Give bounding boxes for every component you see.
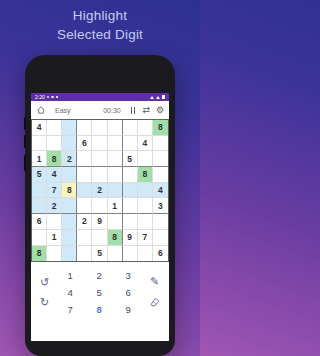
cell-r2c9[interactable]	[153, 136, 168, 152]
cell-r5c3[interactable]: 8	[62, 183, 77, 199]
redo-icon: ↻	[40, 296, 49, 308]
cell-r5c2[interactable]: 7	[47, 183, 62, 199]
cell-r3c5[interactable]	[92, 151, 107, 167]
cell-r7c9[interactable]	[153, 214, 168, 230]
cell-r8c9[interactable]	[153, 230, 168, 246]
cell-r7c8[interactable]	[138, 214, 153, 230]
cell-r5c6[interactable]	[108, 183, 123, 199]
cell-r8c1[interactable]	[32, 230, 47, 246]
cell-r1c3[interactable]	[62, 120, 77, 136]
cell-r4c9[interactable]	[153, 167, 168, 183]
eraser-icon	[149, 296, 160, 307]
cell-r9c7[interactable]	[123, 246, 138, 262]
pencil-icon: ✎	[150, 275, 159, 287]
cell-r4c5[interactable]	[92, 167, 107, 183]
cell-r9c1[interactable]: 8	[32, 246, 47, 262]
cell-r4c4[interactable]	[77, 167, 92, 183]
cell-r8c8[interactable]: 7	[138, 230, 153, 246]
cell-r6c4[interactable]	[77, 198, 92, 214]
cell-r7c3[interactable]	[62, 214, 77, 230]
cell-r5c8[interactable]	[138, 183, 153, 199]
numpad-digit-1[interactable]: 1	[56, 270, 85, 281]
cell-r7c5[interactable]: 9	[92, 214, 107, 230]
gear-icon: ⚙	[156, 105, 164, 115]
numpad-digit-4[interactable]: 4	[56, 287, 85, 298]
settings-button[interactable]: ⚙	[156, 106, 164, 115]
cell-r6c9[interactable]: 3	[153, 198, 168, 214]
cell-r8c2[interactable]: 1	[47, 230, 62, 246]
numpad-digit-8[interactable]: 8	[85, 304, 114, 315]
cell-r2c5[interactable]	[92, 136, 107, 152]
cell-r3c7[interactable]: 5	[123, 151, 138, 167]
cell-r9c8[interactable]	[138, 246, 153, 262]
home-button[interactable]	[36, 105, 46, 115]
pause-icon	[131, 107, 133, 114]
cell-r3c8[interactable]	[138, 151, 153, 167]
phone-screen: 2:20 Easy 00:30 ⇄ ⚙ 48641825548782421362…	[31, 93, 169, 341]
cell-r3c3[interactable]: 2	[62, 151, 77, 167]
cell-r9c9[interactable]: 6	[153, 246, 168, 262]
cell-r3c9[interactable]	[153, 151, 168, 167]
battery-icon	[162, 95, 165, 100]
numpad-digit-7[interactable]: 7	[56, 304, 85, 315]
cell-r8c7[interactable]: 9	[123, 230, 138, 246]
cell-r4c7[interactable]	[123, 167, 138, 183]
cell-r7c1[interactable]: 6	[32, 214, 47, 230]
cell-r2c6[interactable]	[108, 136, 123, 152]
cell-r7c6[interactable]	[108, 214, 123, 230]
app-header: Easy 00:30 ⇄ ⚙	[31, 101, 169, 119]
promo-title-line1: Highlight	[0, 6, 200, 25]
cell-r1c6[interactable]	[108, 120, 123, 136]
cell-r1c8[interactable]	[138, 120, 153, 136]
status-bar: 2:20	[31, 93, 169, 101]
cell-r5c5[interactable]: 2	[92, 183, 107, 199]
timer-label: 00:30	[103, 107, 121, 114]
cell-r6c6[interactable]: 1	[108, 198, 123, 214]
home-icon	[36, 105, 46, 115]
cell-r8c5[interactable]	[92, 230, 107, 246]
redo-button[interactable]: ↻	[40, 297, 49, 308]
cell-r7c7[interactable]	[123, 214, 138, 230]
numpad-digit-3[interactable]: 3	[114, 270, 143, 281]
signal-icon	[156, 96, 160, 99]
cell-r7c4[interactable]: 2	[77, 214, 92, 230]
cell-r7c2[interactable]	[47, 214, 62, 230]
cell-r6c5[interactable]	[92, 198, 107, 214]
cell-r6c2[interactable]: 2	[47, 198, 62, 214]
cell-r8c4[interactable]	[77, 230, 92, 246]
undo-button[interactable]: ↺	[40, 277, 49, 288]
cell-r1c4[interactable]	[77, 120, 92, 136]
sudoku-board: 4864182554878242136291897856	[31, 119, 169, 262]
notification-icon	[56, 96, 59, 99]
cell-r4c2[interactable]: 4	[47, 167, 62, 183]
wifi-icon	[150, 96, 154, 99]
power-button	[24, 155, 26, 171]
cell-r9c6[interactable]	[108, 246, 123, 262]
undo-redo-group: ↺ ↻	[40, 277, 49, 308]
cell-r6c3[interactable]	[62, 198, 77, 214]
cell-r2c7[interactable]	[123, 136, 138, 152]
cell-r5c9[interactable]: 4	[153, 183, 168, 199]
cell-r3c4[interactable]	[77, 151, 92, 167]
input-pad: ↺ ↻ 123456789 ✎	[31, 262, 169, 315]
cell-r3c6[interactable]	[108, 151, 123, 167]
notification-icon	[51, 96, 54, 99]
numpad-digit-2[interactable]: 2	[85, 270, 114, 281]
pause-button[interactable]	[131, 107, 136, 114]
repeat-icon: ⇄	[142, 105, 150, 115]
undo-icon: ↺	[40, 276, 49, 288]
cell-r8c6[interactable]: 8	[108, 230, 123, 246]
cell-r2c8[interactable]: 4	[138, 136, 153, 152]
cell-r4c1[interactable]: 5	[32, 167, 47, 183]
difficulty-label: Easy	[55, 107, 71, 114]
cell-r5c4[interactable]	[77, 183, 92, 199]
cell-r9c3[interactable]	[62, 246, 77, 262]
cell-r3c1[interactable]: 1	[32, 151, 47, 167]
cell-r5c1[interactable]	[32, 183, 47, 199]
cell-r1c2[interactable]	[47, 120, 62, 136]
notification-icon	[47, 96, 50, 99]
pencil-button[interactable]: ✎	[150, 276, 159, 287]
cell-r3c2[interactable]: 8	[47, 151, 62, 167]
phone-frame: 2:20 Easy 00:30 ⇄ ⚙ 48641825548782421362…	[25, 55, 175, 356]
promo-title-line2: Selected Digit	[0, 25, 200, 44]
numpad-digit-9[interactable]: 9	[114, 304, 143, 315]
cell-r5c7[interactable]	[123, 183, 138, 199]
cell-r9c2[interactable]	[47, 246, 62, 262]
cell-r6c1[interactable]	[32, 198, 47, 214]
cell-r2c2[interactable]	[47, 136, 62, 152]
volume-down-button	[24, 135, 26, 148]
cell-r4c3[interactable]	[62, 167, 77, 183]
digit-pad: 123456789	[56, 270, 143, 315]
pencil-eraser-group: ✎	[149, 276, 160, 309]
new-game-button[interactable]: ⇄	[142, 106, 150, 115]
cell-r2c3[interactable]	[62, 136, 77, 152]
cell-r2c4[interactable]: 6	[77, 136, 92, 152]
cell-r2c1[interactable]	[32, 136, 47, 152]
cell-r6c8[interactable]	[138, 198, 153, 214]
numpad-digit-5[interactable]: 5	[85, 287, 114, 298]
cell-r1c9[interactable]: 8	[153, 120, 168, 136]
cell-r4c8[interactable]: 8	[138, 167, 153, 183]
cell-r9c5[interactable]: 5	[92, 246, 107, 262]
eraser-button[interactable]	[149, 296, 160, 309]
cell-r8c3[interactable]	[62, 230, 77, 246]
cell-r1c1[interactable]: 4	[32, 120, 47, 136]
cell-r1c5[interactable]	[92, 120, 107, 136]
cell-r1c7[interactable]	[123, 120, 138, 136]
volume-up-button	[24, 117, 26, 130]
status-time: 2:20	[35, 94, 45, 100]
cell-r9c4[interactable]	[77, 246, 92, 262]
cell-r4c6[interactable]	[108, 167, 123, 183]
promo-title: Highlight Selected Digit	[0, 6, 200, 44]
numpad-digit-6[interactable]: 6	[114, 287, 143, 298]
cell-r6c7[interactable]	[123, 198, 138, 214]
